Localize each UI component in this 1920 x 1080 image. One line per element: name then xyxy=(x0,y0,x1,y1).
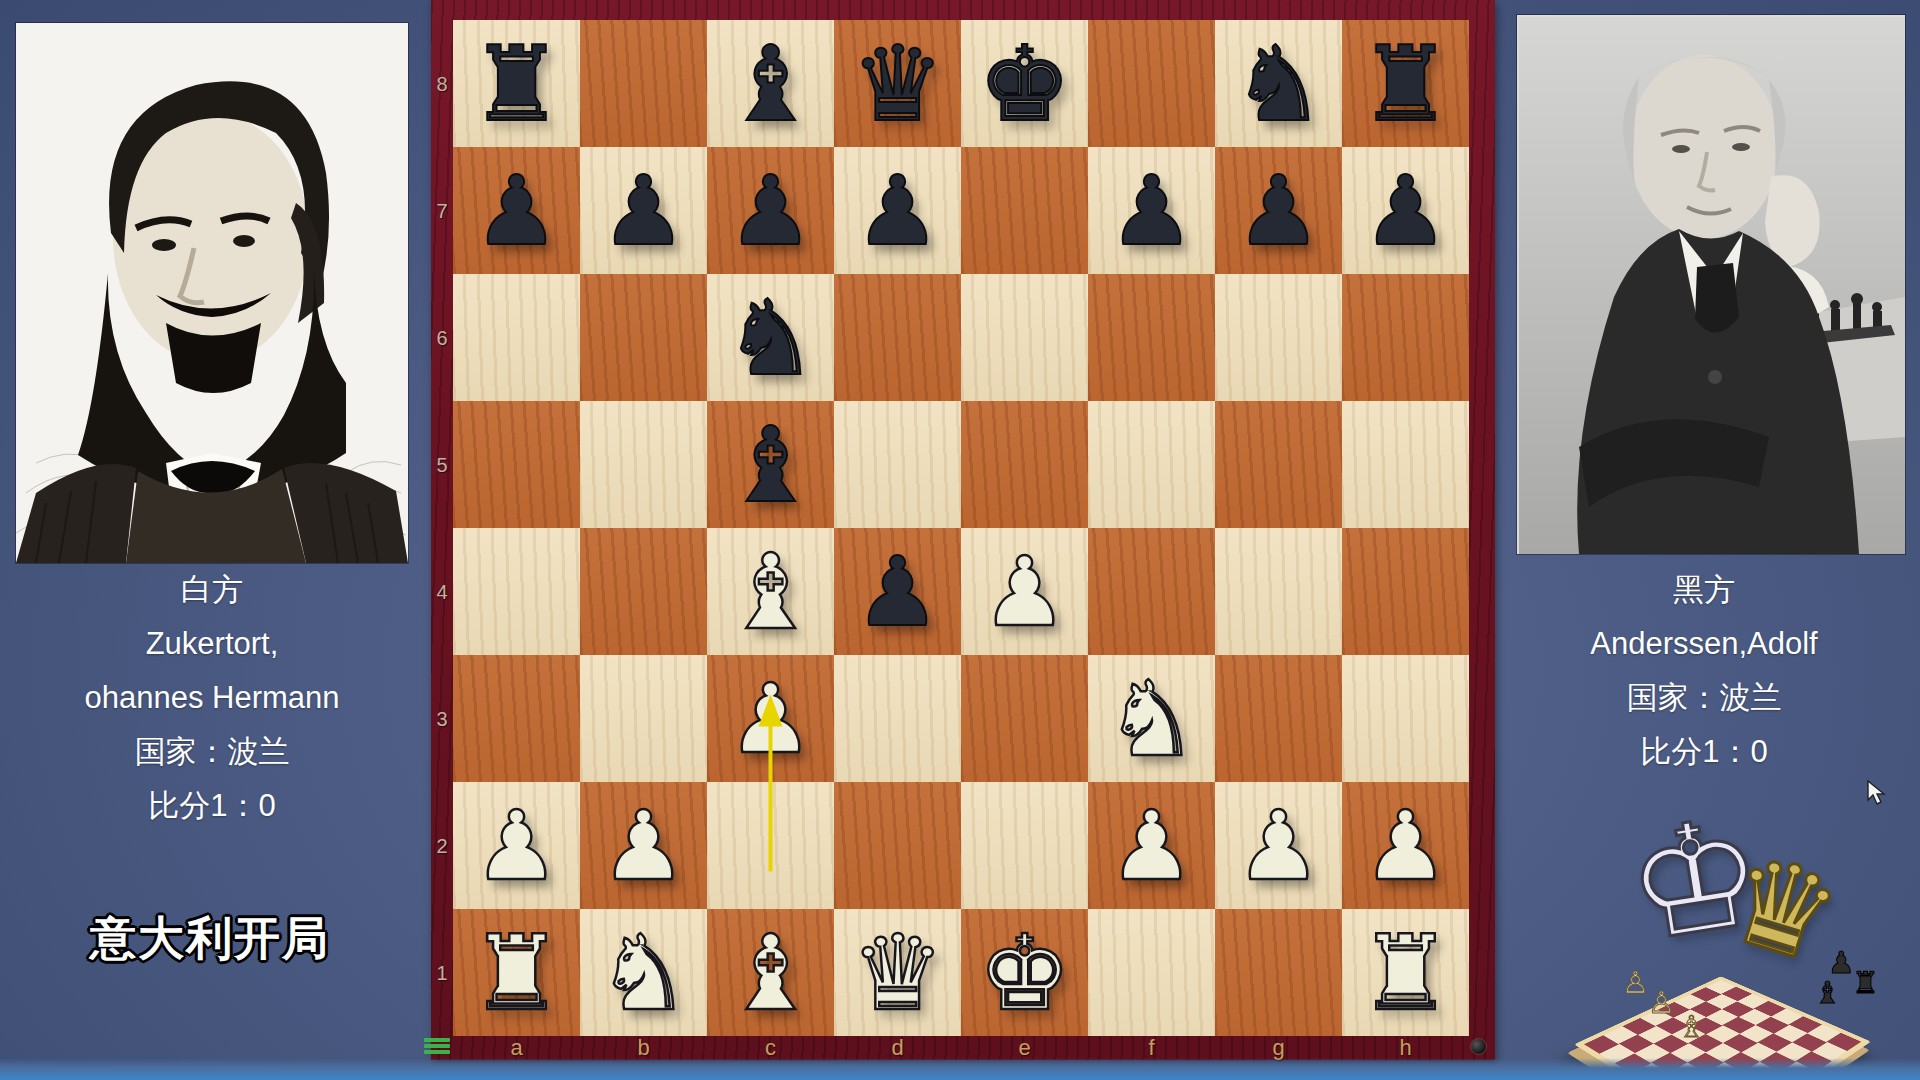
square-c1[interactable]: ♝ xyxy=(707,909,834,1036)
black-rook-a8[interactable]: ♜ xyxy=(470,32,563,136)
black-pawn-f7[interactable]: ♟ xyxy=(1108,163,1194,259)
square-e3[interactable] xyxy=(961,655,1088,782)
square-e6[interactable] xyxy=(961,274,1088,401)
square-h5[interactable] xyxy=(1342,401,1469,528)
square-b6[interactable] xyxy=(580,274,707,401)
clipart-white-bishop-icon: ♗ xyxy=(1678,1012,1705,1042)
black-king-e8[interactable]: ♚ xyxy=(978,32,1071,136)
file-label-f: f xyxy=(1088,1036,1215,1060)
square-a5[interactable] xyxy=(453,401,580,528)
white-player-country: 国家：波兰 xyxy=(0,725,424,779)
white-pawn-f2[interactable]: ♟ xyxy=(1108,798,1194,894)
white-pawn-g2[interactable]: ♟ xyxy=(1235,798,1321,894)
black-player-score: 比分1：0 xyxy=(1492,725,1916,779)
black-pawn-b7[interactable]: ♟ xyxy=(600,163,686,259)
black-pawn-d7[interactable]: ♟ xyxy=(854,163,940,259)
white-queen-d1[interactable]: ♛ xyxy=(851,921,944,1025)
square-b1[interactable]: ♞ xyxy=(580,909,707,1036)
black-side-label: 黑方 xyxy=(1492,563,1916,617)
clipart-black-bishop-icon: ♝ xyxy=(1814,978,1841,1008)
white-player-score: 比分1：0 xyxy=(0,779,424,833)
square-c5[interactable]: ♝ xyxy=(707,401,834,528)
rank-label-1: 1 xyxy=(431,962,453,985)
clipart-black-rook-icon: ♜ xyxy=(1852,968,1879,998)
white-bishop-c1[interactable]: ♝ xyxy=(724,921,817,1025)
square-f6[interactable] xyxy=(1088,274,1215,401)
square-g1[interactable] xyxy=(1215,909,1342,1036)
black-bishop-c5[interactable]: ♝ xyxy=(724,413,817,517)
black-player-panel: 黑方 Anderssen,Adolf 国家：波兰 比分1：0 xyxy=(1492,563,1916,779)
square-h7[interactable]: ♟ xyxy=(1342,147,1469,274)
square-f4[interactable] xyxy=(1088,528,1215,655)
square-d7[interactable]: ♟ xyxy=(834,147,961,274)
square-d4[interactable]: ♟ xyxy=(834,528,961,655)
square-g5[interactable] xyxy=(1215,401,1342,528)
square-e1[interactable]: ♚ xyxy=(961,909,1088,1036)
white-rook-h1[interactable]: ♜ xyxy=(1359,921,1452,1025)
white-king-e1[interactable]: ♚ xyxy=(978,921,1071,1025)
square-a4[interactable] xyxy=(453,528,580,655)
square-g4[interactable] xyxy=(1215,528,1342,655)
square-b5[interactable] xyxy=(580,401,707,528)
square-c6[interactable]: ♞ xyxy=(707,274,834,401)
white-knight-b1[interactable]: ♞ xyxy=(597,921,690,1025)
anderssen-photo-drawing xyxy=(1519,17,1905,554)
white-side-label: 白方 xyxy=(0,563,424,617)
white-bishop-c4[interactable]: ♝ xyxy=(724,540,817,644)
white-pawn-a2[interactable]: ♟ xyxy=(473,798,559,894)
square-b7[interactable]: ♟ xyxy=(580,147,707,274)
black-pawn-a7[interactable]: ♟ xyxy=(473,163,559,259)
square-d6[interactable] xyxy=(834,274,961,401)
square-a8[interactable]: ♜ xyxy=(453,20,580,147)
rank-label-8: 8 xyxy=(431,73,453,96)
white-player-name-line1: Zukertort, xyxy=(0,617,424,671)
board-corner-button[interactable] xyxy=(1470,1038,1487,1055)
square-d3[interactable] xyxy=(834,655,961,782)
rank-label-6: 6 xyxy=(431,327,453,350)
file-label-c: c xyxy=(707,1036,834,1060)
square-h2[interactable]: ♟ xyxy=(1342,782,1469,909)
chess-board[interactable]: ♜♝♛♚♞♜♟♟♟♟♟♟♟♞♝♝♟♟♟♞♟♟♟♟♟♜♞♝♛♚♜ xyxy=(453,20,1469,1036)
square-c4[interactable]: ♝ xyxy=(707,528,834,655)
square-c7[interactable]: ♟ xyxy=(707,147,834,274)
square-d2[interactable] xyxy=(834,782,961,909)
square-e2[interactable] xyxy=(961,782,1088,909)
black-player-country: 国家：波兰 xyxy=(1492,671,1916,725)
black-queen-d8[interactable]: ♛ xyxy=(851,32,944,136)
rank-label-4: 4 xyxy=(431,581,453,604)
white-pawn-e4[interactable]: ♟ xyxy=(981,544,1067,640)
file-label-b: b xyxy=(580,1036,707,1060)
black-pawn-c7[interactable]: ♟ xyxy=(727,163,813,259)
square-c2[interactable] xyxy=(707,782,834,909)
square-h8[interactable]: ♜ xyxy=(1342,20,1469,147)
square-e5[interactable] xyxy=(961,401,1088,528)
zukertort-engraving-drawing xyxy=(16,23,408,563)
black-knight-c6[interactable]: ♞ xyxy=(724,286,817,390)
black-player-portrait xyxy=(1517,15,1905,554)
chess-board-frame: ♜♝♛♚♞♜♟♟♟♟♟♟♟♞♝♝♟♟♟♞♟♟♟♟♟♜♞♝♛♚♜ 87654321… xyxy=(431,0,1495,1060)
black-knight-g8[interactable]: ♞ xyxy=(1232,32,1325,136)
square-f5[interactable] xyxy=(1088,401,1215,528)
mouse-cursor xyxy=(1866,780,1888,806)
white-pawn-b2[interactable]: ♟ xyxy=(600,798,686,894)
square-g6[interactable] xyxy=(1215,274,1342,401)
square-a2[interactable]: ♟ xyxy=(453,782,580,909)
white-rook-a1[interactable]: ♜ xyxy=(470,921,563,1025)
square-g8[interactable]: ♞ xyxy=(1215,20,1342,147)
square-d5[interactable] xyxy=(834,401,961,528)
square-a3[interactable] xyxy=(453,655,580,782)
rank-label-5: 5 xyxy=(431,454,453,477)
white-pawn-c3[interactable]: ♟ xyxy=(727,671,813,767)
rank-label-2: 2 xyxy=(431,835,453,858)
white-player-panel: 白方 Zukertort, ohannes Hermann 国家：波兰 比分1：… xyxy=(0,563,424,833)
black-pawn-g7[interactable]: ♟ xyxy=(1235,163,1321,259)
square-g7[interactable]: ♟ xyxy=(1215,147,1342,274)
square-b3[interactable] xyxy=(580,655,707,782)
square-e7[interactable] xyxy=(961,147,1088,274)
rank-label-3: 3 xyxy=(431,708,453,731)
square-f7[interactable]: ♟ xyxy=(1088,147,1215,274)
rank-label-7: 7 xyxy=(431,200,453,223)
board-menu-icon[interactable] xyxy=(424,1036,450,1056)
square-h3[interactable] xyxy=(1342,655,1469,782)
file-label-a: a xyxy=(453,1036,580,1060)
square-b4[interactable] xyxy=(580,528,707,655)
black-pawn-h7[interactable]: ♟ xyxy=(1362,163,1448,259)
black-player-name: Anderssen,Adolf xyxy=(1492,617,1916,671)
bottom-screen-strip xyxy=(0,1058,1920,1080)
square-f8[interactable] xyxy=(1088,20,1215,147)
square-d1[interactable]: ♛ xyxy=(834,909,961,1036)
square-g3[interactable] xyxy=(1215,655,1342,782)
square-b2[interactable]: ♟ xyxy=(580,782,707,909)
square-h4[interactable] xyxy=(1342,528,1469,655)
black-bishop-c8[interactable]: ♝ xyxy=(724,32,817,136)
white-player-portrait xyxy=(16,23,408,563)
square-a6[interactable] xyxy=(453,274,580,401)
square-a1[interactable]: ♜ xyxy=(453,909,580,1036)
square-g2[interactable]: ♟ xyxy=(1215,782,1342,909)
square-c3[interactable]: ♟ xyxy=(707,655,834,782)
file-label-g: g xyxy=(1215,1036,1342,1060)
square-c8[interactable]: ♝ xyxy=(707,20,834,147)
black-pawn-d4[interactable]: ♟ xyxy=(854,544,940,640)
square-f3[interactable]: ♞ xyxy=(1088,655,1215,782)
square-f2[interactable]: ♟ xyxy=(1088,782,1215,909)
file-label-e: e xyxy=(961,1036,1088,1060)
square-e8[interactable]: ♚ xyxy=(961,20,1088,147)
opening-name-label: 意大利开局 xyxy=(40,908,380,970)
square-h1[interactable]: ♜ xyxy=(1342,909,1469,1036)
chess-clipart-logo: ♔ ♛ ♟ ♜ ♝ ♙ ♙ ♗ xyxy=(1600,820,1910,1070)
square-h6[interactable] xyxy=(1342,274,1469,401)
file-label-h: h xyxy=(1342,1036,1469,1060)
clipart-black-pawn-icon: ♟ xyxy=(1828,948,1855,978)
square-a7[interactable]: ♟ xyxy=(453,147,580,274)
file-label-d: d xyxy=(834,1036,961,1060)
white-player-name-line2: ohannes Hermann xyxy=(0,671,424,725)
square-e4[interactable]: ♟ xyxy=(961,528,1088,655)
square-f1[interactable] xyxy=(1088,909,1215,1036)
white-pawn-h2[interactable]: ♟ xyxy=(1362,798,1448,894)
white-knight-f3[interactable]: ♞ xyxy=(1105,667,1198,771)
black-rook-h8[interactable]: ♜ xyxy=(1359,32,1452,136)
clipart-white-pawn-icon: ♙ xyxy=(1648,988,1675,1018)
square-d8[interactable]: ♛ xyxy=(834,20,961,147)
clipart-white-pawn-icon: ♙ xyxy=(1622,968,1649,998)
square-b8[interactable] xyxy=(580,20,707,147)
